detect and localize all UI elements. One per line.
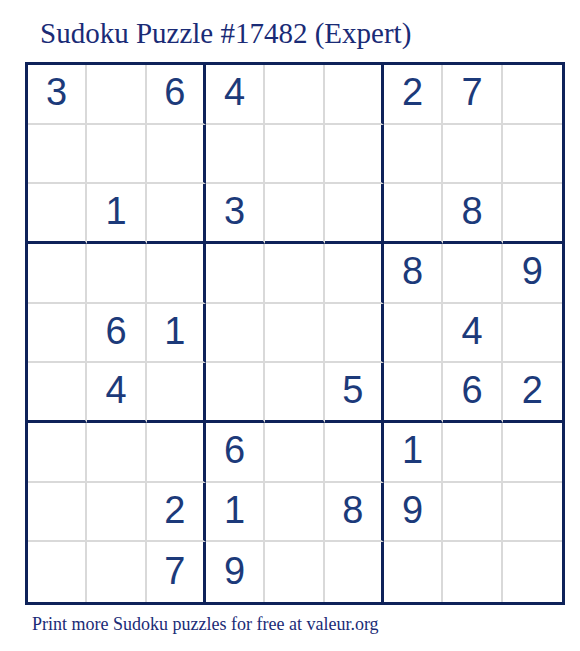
sudoku-cell-r3c7 [384, 184, 443, 244]
sudoku-cell-r1c1: 3 [28, 65, 87, 125]
sudoku-cell-r1c9 [503, 65, 562, 125]
sudoku-cell-r5c3: 1 [147, 304, 206, 364]
sudoku-cell-r6c7 [384, 363, 443, 423]
sudoku-cell-r8c6: 8 [325, 483, 384, 543]
sudoku-cell-r8c7: 9 [384, 483, 443, 543]
footer-text: Print more Sudoku puzzles for free at va… [32, 614, 379, 635]
sudoku-cell-r4c6 [325, 244, 384, 304]
sudoku-cell-r4c5 [265, 244, 324, 304]
sudoku-cell-r2c2 [87, 125, 146, 185]
sudoku-cell-r8c3: 2 [147, 483, 206, 543]
sudoku-cell-r3c4: 3 [206, 184, 265, 244]
sudoku-cell-r7c3 [147, 423, 206, 483]
sudoku-cell-r3c3 [147, 184, 206, 244]
sudoku-cell-r2c4 [206, 125, 265, 185]
sudoku-cell-r8c1 [28, 483, 87, 543]
sudoku-cell-r2c7 [384, 125, 443, 185]
sudoku-cell-r2c3 [147, 125, 206, 185]
sudoku-cell-r1c7: 2 [384, 65, 443, 125]
sudoku-cell-r2c9 [503, 125, 562, 185]
sudoku-cell-r6c1 [28, 363, 87, 423]
sudoku-cell-r4c4 [206, 244, 265, 304]
sudoku-cell-r5c8: 4 [443, 304, 502, 364]
sudoku-cell-r6c6: 5 [325, 363, 384, 423]
sudoku-cell-r9c5 [265, 542, 324, 602]
sudoku-cell-r7c6 [325, 423, 384, 483]
sudoku-cell-r1c3: 6 [147, 65, 206, 125]
sudoku-cell-r1c4: 4 [206, 65, 265, 125]
sudoku-cell-r6c5 [265, 363, 324, 423]
sudoku-cell-r8c4: 1 [206, 483, 265, 543]
sudoku-cell-r1c5 [265, 65, 324, 125]
sudoku-cell-r4c8 [443, 244, 502, 304]
sudoku-cell-r5c4 [206, 304, 265, 364]
sudoku-cell-r9c6 [325, 542, 384, 602]
sudoku-cell-r8c5 [265, 483, 324, 543]
sudoku-cell-r4c9: 9 [503, 244, 562, 304]
sudoku-cell-r9c2 [87, 542, 146, 602]
sudoku-cell-r9c4: 9 [206, 542, 265, 602]
sudoku-cell-r4c2 [87, 244, 146, 304]
sudoku-cell-r6c2: 4 [87, 363, 146, 423]
sudoku-cell-r5c6 [325, 304, 384, 364]
sudoku-cell-r3c1 [28, 184, 87, 244]
sudoku-cell-r2c5 [265, 125, 324, 185]
sudoku-cell-r3c5 [265, 184, 324, 244]
sudoku-cell-r9c9 [503, 542, 562, 602]
sudoku-cell-r1c6 [325, 65, 384, 125]
sudoku-cell-r6c3 [147, 363, 206, 423]
sudoku-cell-r6c8: 6 [443, 363, 502, 423]
sudoku-cell-r5c2: 6 [87, 304, 146, 364]
sudoku-cell-r5c7 [384, 304, 443, 364]
sudoku-cell-r1c2 [87, 65, 146, 125]
sudoku-cell-r2c1 [28, 125, 87, 185]
sudoku-cell-r3c8: 8 [443, 184, 502, 244]
sudoku-cell-r7c7: 1 [384, 423, 443, 483]
sudoku-cell-r5c5 [265, 304, 324, 364]
sudoku-cell-r6c4 [206, 363, 265, 423]
sudoku-cell-r9c7 [384, 542, 443, 602]
sudoku-cell-r4c1 [28, 244, 87, 304]
sudoku-cell-r8c8 [443, 483, 502, 543]
sudoku-cell-r7c2 [87, 423, 146, 483]
sudoku-cell-r3c2: 1 [87, 184, 146, 244]
sudoku-cell-r5c9 [503, 304, 562, 364]
sudoku-cell-r4c7: 8 [384, 244, 443, 304]
sudoku-cell-r8c9 [503, 483, 562, 543]
sudoku-cell-r8c2 [87, 483, 146, 543]
sudoku-cell-r7c4: 6 [206, 423, 265, 483]
sudoku-cell-r4c3 [147, 244, 206, 304]
sudoku-cell-r5c1 [28, 304, 87, 364]
sudoku-cell-r7c9 [503, 423, 562, 483]
sudoku-cell-r9c8 [443, 542, 502, 602]
sudoku-cell-r3c9 [503, 184, 562, 244]
page-title: Sudoku Puzzle #17482 (Expert) [40, 17, 411, 50]
sudoku-board: 3642713889614456261218979 [25, 62, 565, 605]
sudoku-cell-r7c1 [28, 423, 87, 483]
sudoku-cell-r1c8: 7 [443, 65, 502, 125]
sudoku-cell-r2c8 [443, 125, 502, 185]
sudoku-cell-r7c5 [265, 423, 324, 483]
sudoku-cell-r9c3: 7 [147, 542, 206, 602]
sudoku-cell-r7c8 [443, 423, 502, 483]
sudoku-cell-r6c9: 2 [503, 363, 562, 423]
sudoku-cell-r3c6 [325, 184, 384, 244]
sudoku-cell-r2c6 [325, 125, 384, 185]
sudoku-cell-r9c1 [28, 542, 87, 602]
